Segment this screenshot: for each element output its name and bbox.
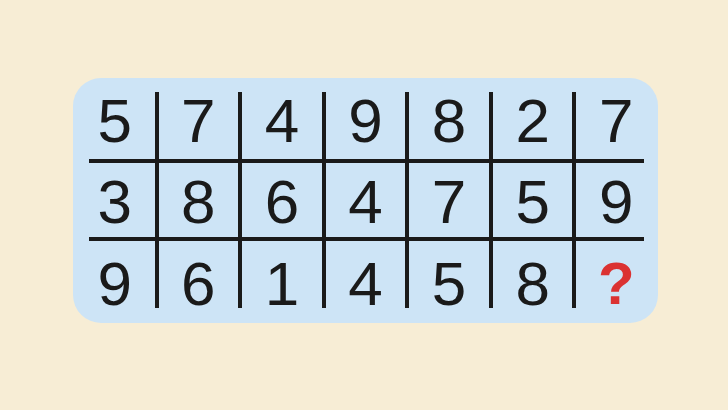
cell-r1-c5: 8	[407, 78, 491, 160]
cell-r1-c6: 2	[491, 78, 575, 160]
cell-r1-c1: 5	[73, 78, 157, 160]
cell-r1-c4: 9	[324, 78, 408, 160]
puzzle-card: 5 7 4 9 8 2 7 3 8 6 4 7 5 9 9 6 1 4 5 8 …	[73, 78, 658, 323]
cell-r1-c3: 4	[240, 78, 324, 160]
grid-line-vertical-1	[155, 92, 159, 308]
cell-r3-c1: 9	[73, 241, 157, 323]
unknown-cell: ?	[574, 241, 658, 323]
grid-line-horizontal-1	[89, 159, 644, 163]
cell-r3-c4: 4	[324, 241, 408, 323]
cell-r3-c5: 5	[407, 241, 491, 323]
cell-r2-c4: 4	[324, 160, 408, 242]
grid-line-vertical-2	[238, 92, 242, 308]
cell-r2-c3: 6	[240, 160, 324, 242]
cell-r1-c2: 7	[157, 78, 241, 160]
cell-r2-c7: 9	[574, 160, 658, 242]
cell-r3-c3: 1	[240, 241, 324, 323]
cell-r2-c5: 7	[407, 160, 491, 242]
cell-r2-c1: 3	[73, 160, 157, 242]
grid-line-vertical-4	[405, 92, 409, 308]
puzzle-background: 5 7 4 9 8 2 7 3 8 6 4 7 5 9 9 6 1 4 5 8 …	[0, 0, 728, 410]
grid-line-vertical-6	[572, 92, 576, 308]
grid-line-horizontal-2	[89, 237, 644, 241]
cell-r3-c6: 8	[491, 241, 575, 323]
cell-r2-c2: 8	[157, 160, 241, 242]
grid-line-vertical-5	[489, 92, 493, 308]
grid-line-vertical-3	[322, 92, 326, 308]
cell-r1-c7: 7	[574, 78, 658, 160]
number-grid: 5 7 4 9 8 2 7 3 8 6 4 7 5 9 9 6 1 4 5 8 …	[73, 78, 658, 323]
cell-r2-c6: 5	[491, 160, 575, 242]
cell-r3-c2: 6	[157, 241, 241, 323]
